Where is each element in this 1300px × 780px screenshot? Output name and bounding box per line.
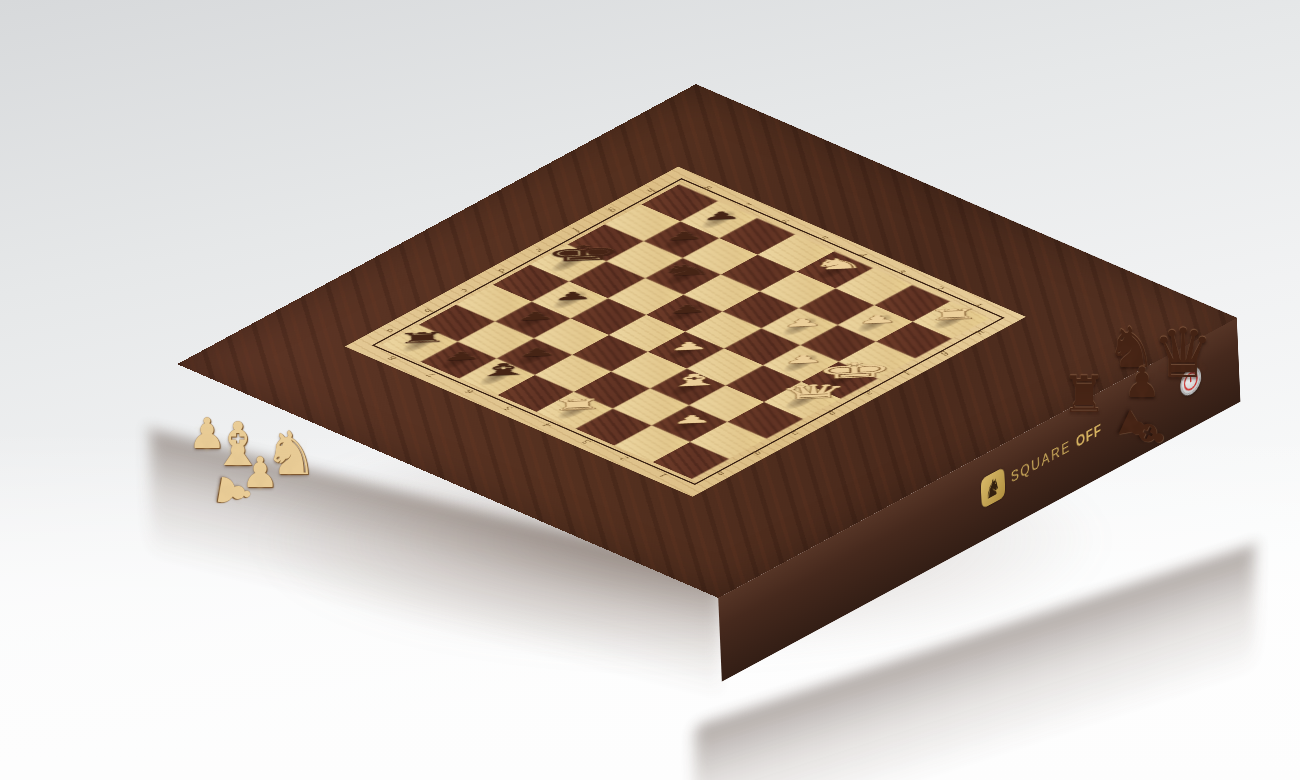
file-label-h-near: h bbox=[972, 329, 988, 336]
square-a3 bbox=[575, 409, 651, 446]
file-label-f-near: f bbox=[899, 369, 913, 375]
square-c1 bbox=[727, 402, 803, 439]
white-q-d1: ♛ bbox=[778, 382, 833, 403]
black-b-a6: ♝ bbox=[472, 360, 527, 379]
square-a5 bbox=[498, 375, 574, 412]
square-a2 bbox=[614, 425, 690, 462]
black-p-e5: ♟ bbox=[660, 303, 714, 316]
rank-label-4-left: 4 bbox=[539, 421, 555, 429]
piece-shadow bbox=[668, 413, 711, 435]
white-p-d4: ♟ bbox=[662, 339, 716, 352]
black-p-g7: ♟ bbox=[657, 229, 711, 242]
white-p-g2: ♟ bbox=[851, 313, 905, 326]
black-r-a8: ♜ bbox=[395, 329, 450, 345]
file-label-f-far: f bbox=[570, 227, 584, 233]
square-d3 bbox=[687, 348, 763, 385]
square-a1 bbox=[653, 442, 729, 479]
black-p-b6: ♟ bbox=[510, 346, 564, 359]
white-p-f3: ♟ bbox=[775, 316, 829, 329]
white-n-h4: ♞ bbox=[810, 255, 865, 272]
square-b2 bbox=[651, 405, 727, 442]
product-scene: ♜♚♟♟♟♟♟♝♟♞♟♜♟♞♝♟♟♟♟♛♚♜ aabbccddeeffgghh1… bbox=[0, 0, 1300, 780]
white-r-h1: ♜ bbox=[926, 306, 981, 322]
rank-label-5-left: 5 bbox=[500, 404, 516, 412]
white-p-b2: ♟ bbox=[665, 413, 719, 426]
file-label-c-far: c bbox=[457, 287, 473, 294]
file-label-b-near: b bbox=[749, 449, 765, 456]
white-r-a4: ♜ bbox=[550, 396, 605, 412]
file-label-d-near: d bbox=[823, 409, 839, 416]
rank-label-1-left: 1 bbox=[656, 471, 672, 479]
knight-head-icon: ♞ bbox=[984, 471, 1001, 506]
file-label-g-near: g bbox=[935, 349, 951, 356]
black-p-d7: ♟ bbox=[545, 289, 599, 302]
square-b4 bbox=[574, 372, 650, 409]
square-e1 bbox=[802, 362, 878, 399]
rank-label-8-left: 8 bbox=[384, 354, 400, 362]
captured-piece-reflection: ♟ bbox=[239, 452, 281, 494]
file-label-a-near: a bbox=[712, 469, 728, 476]
square-a4 bbox=[537, 392, 613, 429]
black-k-e8: ♚ bbox=[543, 242, 598, 265]
square-d2 bbox=[726, 365, 802, 402]
file-label-c-near: c bbox=[786, 429, 802, 436]
file-label-e-near: e bbox=[861, 389, 877, 396]
square-b3 bbox=[613, 389, 689, 426]
white-b-c3: ♝ bbox=[663, 371, 718, 390]
black-n-f6: ♞ bbox=[658, 262, 713, 279]
chessboard-box: ♜♚♟♟♟♟♟♝♟♞♟♜♟♞♝♟♟♟♟♛♚♜ aabbccddeeffgghh1… bbox=[316, 0, 1098, 732]
square-c3 bbox=[650, 368, 726, 405]
logo-badge: ♞ bbox=[981, 467, 1006, 509]
piece-shadow bbox=[666, 376, 709, 398]
piece-shadow bbox=[553, 399, 596, 421]
pieces-layer: ♜♚♟♟♟♟♟♝♟♞♟♜♟♞♝♟♟♟♟♛♚♜ bbox=[382, 184, 990, 479]
file-label-b-far: b bbox=[420, 307, 436, 314]
maple-coordinate-border: ♜♚♟♟♟♟♟♝♟♞♟♜♟♞♝♟♟♟♟♛♚♜ aabbccddeeffgghh1… bbox=[345, 167, 1026, 497]
square-b1 bbox=[690, 422, 766, 459]
rank-label-2-left: 2 bbox=[617, 455, 633, 463]
square-d1 bbox=[765, 382, 841, 419]
rank-label-7-left: 7 bbox=[423, 371, 439, 379]
square-b5 bbox=[535, 355, 611, 392]
piece-shadow bbox=[781, 389, 824, 411]
captured-piece-reflection: ♜ bbox=[1059, 370, 1109, 420]
square-c2 bbox=[689, 385, 765, 422]
white-k-e1: ♚ bbox=[815, 360, 870, 383]
rank-label-3-left: 3 bbox=[578, 438, 594, 446]
rank-label-6-left: 6 bbox=[462, 388, 478, 396]
piece-shadow bbox=[818, 369, 861, 391]
black-p-h7: ♟ bbox=[694, 209, 748, 222]
black-p-c7: ♟ bbox=[508, 309, 562, 322]
